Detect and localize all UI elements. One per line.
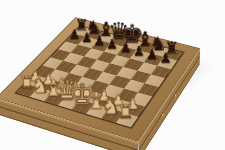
brass-hinge — [162, 112, 164, 118]
brass-hinge — [175, 93, 177, 99]
scene: ♜♞♝♛♚♝♞♜♟♟♟♟♟♟♟♟♟♟♟♟♟♟♟♟♜♞♝♛♚♝♞♜ — [0, 0, 225, 150]
chess-set-photo: ♜♞♝♛♚♝♞♜♟♟♟♟♟♟♟♟♟♟♟♟♟♟♟♟♜♞♝♛♚♝♞♜ — [0, 0, 225, 150]
folding-chess-box: ♜♞♝♛♚♝♞♜♟♟♟♟♟♟♟♟♟♟♟♟♟♟♟♟♜♞♝♛♚♝♞♜ — [0, 17, 200, 142]
